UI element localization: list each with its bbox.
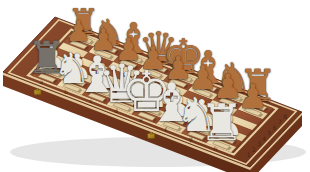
rank-label-1: 1 xyxy=(247,151,251,158)
rank-label-7: 7 xyxy=(278,118,282,125)
brass-hinge-knob xyxy=(37,89,39,91)
brass-hinge-knob xyxy=(150,132,152,134)
rank-label-2: 2 xyxy=(252,146,256,153)
file-label-a: a xyxy=(39,78,43,85)
chess-board: abcdefgh12345678 xyxy=(0,0,310,172)
rank-label-6: 6 xyxy=(273,124,277,131)
chess-set-photo: abcdefgh12345678 ♜♞♝♛♚♝♞♜♟♟♟♟♟♟♟♟♟♟♟♟♟♟♟… xyxy=(0,0,310,172)
rank-label-5: 5 xyxy=(268,129,272,136)
file-label-d: d xyxy=(114,107,118,114)
file-label-g: g xyxy=(189,135,193,143)
file-label-b: b xyxy=(64,88,68,95)
file-label-h: h xyxy=(214,145,218,152)
rank-label-8: 8 xyxy=(283,113,287,120)
rank-label-3: 3 xyxy=(257,140,261,147)
rank-label-4: 4 xyxy=(262,135,266,142)
file-label-e: e xyxy=(139,116,143,123)
file-label-c: c xyxy=(89,97,92,104)
